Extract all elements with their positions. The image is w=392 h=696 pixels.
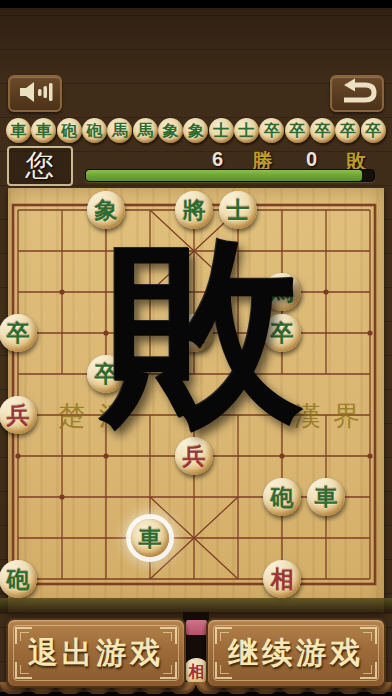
captured-piece: 車 [31,118,56,143]
captured-piece: 士 [209,118,234,143]
losses-label: 敗 [346,148,366,170]
opponent-progress-sliver [186,620,207,635]
captured-piece: 士 [234,118,259,143]
captured-piece: 馬 [133,118,158,143]
score-progress-bar [85,169,375,182]
board-piece[interactable]: 將 [175,191,213,229]
board-piece[interactable]: 馬 [175,314,213,352]
captured-piece: 砲 [82,118,107,143]
board-piece[interactable]: 砲 [0,560,37,598]
board-piece[interactable]: 象 [87,191,125,229]
board-grid: 楚河 漢界 [8,188,384,612]
captured-piece: 卒 [310,118,335,143]
board-piece[interactable]: 卒 [87,355,125,393]
board-piece[interactable]: 兵 [175,437,213,475]
board-piece[interactable]: 車 [131,519,169,557]
board-piece[interactable]: 卒 [0,314,37,352]
captured-piece: 車 [6,118,31,143]
board-piece[interactable]: 相 [263,560,301,598]
board-piece[interactable]: 車 [307,478,345,516]
score-progress-fill [86,170,362,181]
captured-piece: 卒 [361,118,386,143]
player-label-box: 您 [7,146,73,186]
xiangqi-board[interactable]: 楚河 漢界 象將士馬卒馬卒卒兵兵砲車車砲相 [8,188,384,612]
speaker-volume-icon [15,77,55,110]
board-piece[interactable]: 馬 [263,273,301,311]
wins-count: 6 [212,148,223,170]
river-text-left: 楚河 [58,401,140,431]
captured-piece: 砲 [57,118,82,143]
river-text-right: 漢界 [294,401,372,431]
player-label: 您 [26,146,55,186]
continue-game-label: 继续游戏 [228,633,364,674]
return-arrow-icon [336,77,378,110]
captured-piece: 象 [183,118,208,143]
top-black-bar [0,0,392,8]
return-button[interactable] [330,75,384,112]
losses-count: 0 [306,148,317,170]
captured-piece: 馬 [107,118,132,143]
continue-game-button[interactable]: 继续游戏 [206,618,386,688]
board-piece[interactable]: 士 [219,191,257,229]
exit-game-label: 退出游戏 [28,633,164,674]
wins-label: 勝 [252,148,272,170]
captured-tray: 車車砲砲馬馬象象士士卒卒卒卒卒 [6,117,386,144]
sound-button[interactable] [8,75,62,112]
captured-piece: 卒 [259,118,284,143]
board-piece[interactable]: 卒 [263,314,301,352]
board-piece[interactable]: 砲 [263,478,301,516]
captured-piece: 卒 [335,118,360,143]
board-piece[interactable]: 兵 [0,396,37,434]
game-screen: 車車砲砲馬馬象象士士卒卒卒卒卒 您 6 勝 0 敗 [0,0,392,696]
exit-game-button[interactable]: 退出游戏 [6,618,186,688]
captured-piece: 卒 [285,118,310,143]
captured-piece: 象 [158,118,183,143]
